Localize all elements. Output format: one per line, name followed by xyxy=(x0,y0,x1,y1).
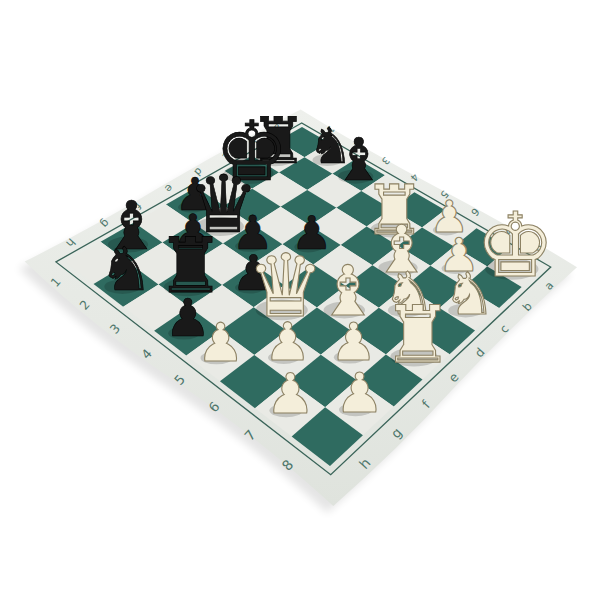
piece-white-p-h7[interactable]: ♟ xyxy=(265,361,315,426)
piece-white-p-g8[interactable]: ♟ xyxy=(335,361,384,425)
chess-set-photo: 11hh22gg33ff44ee55dd66cc77bb88aa♜♞♚♝♟♛♜♟… xyxy=(0,0,600,600)
piece-black-n-h2[interactable]: ♞ xyxy=(99,234,153,304)
chessboard: 11hh22gg33ff44ee55dd66cc77bb88aa♜♞♚♝♟♛♜♟… xyxy=(0,0,600,600)
piece-white-p-h5[interactable]: ♟ xyxy=(197,312,245,374)
piece-white-r-e8[interactable]: ♜ xyxy=(382,289,453,381)
